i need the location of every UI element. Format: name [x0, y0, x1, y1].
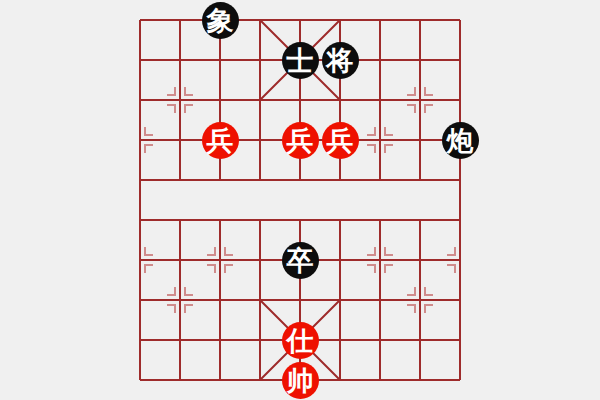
black-general-piece[interactable]: 将 [322, 42, 359, 79]
red-advisor-piece[interactable]: 仕 [282, 322, 319, 359]
board[interactable]: 象士将兵兵兵炮卒仕帅 [120, 0, 480, 400]
board-point: 仕 [280, 320, 320, 360]
black-pawn-piece[interactable]: 卒 [282, 242, 319, 279]
black-cannon-piece[interactable]: 炮 [442, 122, 479, 159]
board-point: 炮 [440, 120, 480, 160]
board-point: 兵 [200, 120, 240, 160]
black-elephant-piece[interactable]: 象 [202, 2, 239, 39]
board-point: 象 [200, 0, 240, 40]
board-point: 卒 [280, 240, 320, 280]
xiangqi-board-screenshot: 象士将兵兵兵炮卒仕帅 [0, 0, 600, 400]
board-point: 兵 [320, 120, 360, 160]
board-point: 士 [280, 40, 320, 80]
red-pawn-piece[interactable]: 兵 [322, 122, 359, 159]
red-pawn-piece[interactable]: 兵 [202, 122, 239, 159]
board-point: 兵 [280, 120, 320, 160]
red-pawn-piece[interactable]: 兵 [282, 122, 319, 159]
black-advisor-piece[interactable]: 士 [282, 42, 319, 79]
board-point: 帅 [280, 360, 320, 400]
red-king-piece[interactable]: 帅 [282, 362, 319, 399]
board-point: 将 [320, 40, 360, 80]
